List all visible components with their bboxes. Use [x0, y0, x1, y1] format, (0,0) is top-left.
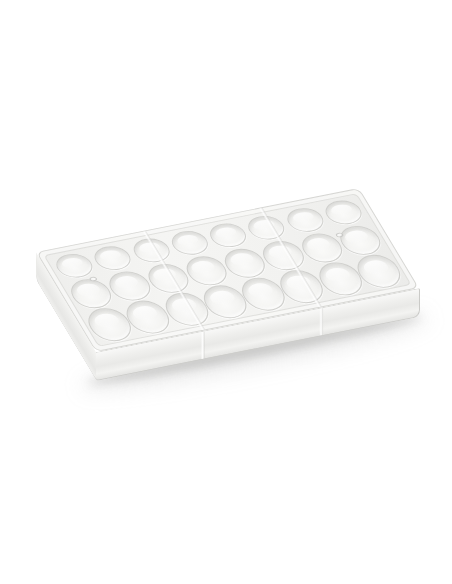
- mould-seam-line: [201, 331, 205, 359]
- product-photo-background: [0, 0, 452, 584]
- mould-seam-line: [319, 308, 323, 336]
